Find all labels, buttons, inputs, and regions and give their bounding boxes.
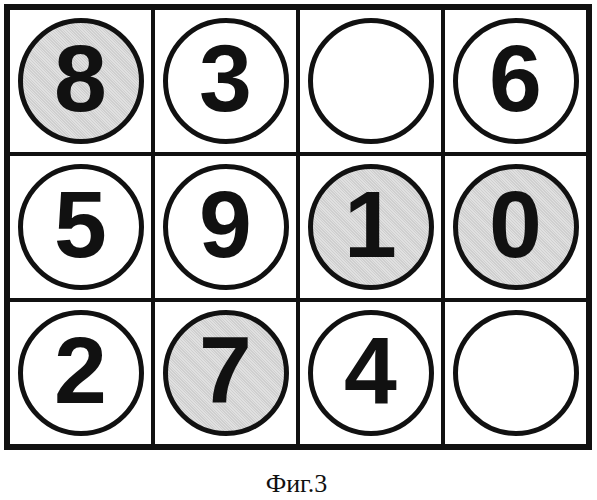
disc-digit: 2	[54, 323, 107, 418]
grid-cell-r3c4	[443, 300, 588, 446]
grid-cell-r2c3: 1	[298, 154, 443, 300]
grid-cell-r1c3	[298, 8, 443, 154]
figure-caption: Фиг.3	[0, 469, 593, 499]
disc-digit: 6	[489, 31, 542, 126]
disc-digit: 5	[54, 177, 107, 272]
grid-cell-r1c2: 3	[153, 8, 298, 154]
shaded-disc: 1	[308, 164, 434, 290]
grid-cell-r2c2: 9	[153, 154, 298, 300]
disc-digit: 4	[344, 323, 397, 418]
grid-cell-r3c1: 2	[8, 300, 153, 446]
patent-figure: 8365910274 Фиг.3	[0, 0, 597, 500]
grid-cell-r3c3: 4	[298, 300, 443, 446]
disc-digit: 3	[199, 31, 252, 126]
disc-digit: 7	[199, 323, 252, 418]
board-grid: 8365910274	[4, 4, 592, 450]
disc-digit: 0	[489, 177, 542, 272]
shaded-disc: 0	[453, 164, 579, 290]
white-disc	[308, 18, 434, 144]
grid-cell-r1c4: 6	[443, 8, 588, 154]
white-disc: 6	[453, 18, 579, 144]
grid-cell-r3c2: 7	[153, 300, 298, 446]
disc-digit: 9	[199, 177, 252, 272]
shaded-disc: 7	[163, 310, 289, 436]
white-disc: 9	[163, 164, 289, 290]
shaded-disc: 8	[18, 18, 144, 144]
disc-digit: 1	[344, 177, 397, 272]
white-disc: 4	[308, 310, 434, 436]
white-disc: 3	[163, 18, 289, 144]
white-disc: 2	[18, 310, 144, 436]
grid-cell-r2c4: 0	[443, 154, 588, 300]
white-disc	[453, 310, 579, 436]
grid-cell-r1c1: 8	[8, 8, 153, 154]
white-disc: 5	[18, 164, 144, 290]
disc-digit: 8	[54, 31, 107, 126]
grid-cell-r2c1: 5	[8, 154, 153, 300]
